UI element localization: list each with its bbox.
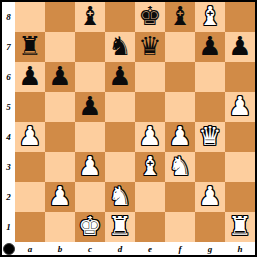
square-f4[interactable]: ♟ (165, 122, 195, 152)
rank-labels: 87654321 (2, 2, 15, 242)
square-d1[interactable]: ♜ (105, 212, 135, 242)
piece-white-pawn[interactable]: ♟ (138, 121, 161, 151)
square-e4[interactable]: ♟ (135, 122, 165, 152)
move-indicator-corner (2, 242, 15, 255)
square-a6[interactable]: ♟ (15, 62, 45, 92)
square-a2[interactable] (15, 182, 45, 212)
square-f8[interactable]: ♝ (165, 2, 195, 32)
piece-white-bishop[interactable]: ♝ (138, 151, 161, 181)
square-d5[interactable] (105, 92, 135, 122)
file-label-b: b (45, 242, 75, 255)
piece-white-knight[interactable]: ♞ (168, 151, 191, 181)
piece-black-pawn[interactable]: ♟ (228, 31, 251, 61)
square-f1[interactable] (165, 212, 195, 242)
piece-white-rook[interactable]: ♜ (108, 211, 131, 241)
rank-label-7: 7 (2, 32, 15, 62)
piece-white-knight[interactable]: ♞ (108, 181, 131, 211)
square-a7[interactable]: ♜ (15, 32, 45, 62)
piece-black-rook[interactable]: ♜ (18, 31, 41, 61)
piece-black-pawn[interactable]: ♟ (48, 61, 71, 91)
square-c1[interactable]: ♚ (75, 212, 105, 242)
square-e5[interactable] (135, 92, 165, 122)
square-e7[interactable]: ♛ (135, 32, 165, 62)
square-b2[interactable]: ♟ (45, 182, 75, 212)
file-label-d: d (105, 242, 135, 255)
square-f3[interactable]: ♞ (165, 152, 195, 182)
file-label-h: h (225, 242, 255, 255)
square-f5[interactable] (165, 92, 195, 122)
square-a4[interactable]: ♟ (15, 122, 45, 152)
square-b6[interactable]: ♟ (45, 62, 75, 92)
piece-white-rook[interactable]: ♜ (228, 211, 251, 241)
square-a5[interactable] (15, 92, 45, 122)
piece-black-bishop[interactable]: ♝ (78, 1, 101, 31)
square-h7[interactable]: ♟ (225, 32, 255, 62)
rank-label-4: 4 (2, 122, 15, 152)
rank-label-2: 2 (2, 182, 15, 212)
chess-board-frame: 87654321 ♝♚♝♝♜♞♛♟♟♟♟♟♟♟♟♟♟♛♟♝♞♟♞♟♚♜♜ abc… (0, 0, 257, 257)
square-c7[interactable] (75, 32, 105, 62)
square-c5[interactable]: ♟ (75, 92, 105, 122)
piece-white-pawn[interactable]: ♟ (198, 181, 221, 211)
square-d4[interactable] (105, 122, 135, 152)
square-h3[interactable] (225, 152, 255, 182)
square-e6[interactable] (135, 62, 165, 92)
square-c4[interactable] (75, 122, 105, 152)
square-h2[interactable] (225, 182, 255, 212)
rank-label-3: 3 (2, 152, 15, 182)
square-h8[interactable] (225, 2, 255, 32)
rank-label-6: 6 (2, 62, 15, 92)
square-f2[interactable] (165, 182, 195, 212)
square-b5[interactable] (45, 92, 75, 122)
square-e3[interactable]: ♝ (135, 152, 165, 182)
file-label-e: e (135, 242, 165, 255)
piece-white-queen[interactable]: ♛ (198, 121, 221, 151)
square-b8[interactable] (45, 2, 75, 32)
square-f6[interactable] (165, 62, 195, 92)
square-a3[interactable] (15, 152, 45, 182)
square-g2[interactable]: ♟ (195, 182, 225, 212)
piece-black-king[interactable]: ♚ (138, 1, 161, 31)
square-g7[interactable]: ♟ (195, 32, 225, 62)
square-b1[interactable] (45, 212, 75, 242)
square-a8[interactable] (15, 2, 45, 32)
piece-white-bishop[interactable]: ♝ (198, 1, 221, 31)
rank-label-5: 5 (2, 92, 15, 122)
square-d8[interactable] (105, 2, 135, 32)
square-h6[interactable] (225, 62, 255, 92)
file-label-f: f (165, 242, 195, 255)
square-e2[interactable] (135, 182, 165, 212)
square-g8[interactable]: ♝ (195, 2, 225, 32)
square-f7[interactable] (165, 32, 195, 62)
square-h1[interactable]: ♜ (225, 212, 255, 242)
piece-black-pawn[interactable]: ♟ (198, 31, 221, 61)
square-a1[interactable] (15, 212, 45, 242)
square-d6[interactable]: ♟ (105, 62, 135, 92)
square-e1[interactable] (135, 212, 165, 242)
square-d3[interactable] (105, 152, 135, 182)
piece-white-pawn[interactable]: ♟ (78, 151, 101, 181)
piece-white-pawn[interactable]: ♟ (168, 121, 191, 151)
square-b3[interactable] (45, 152, 75, 182)
file-label-g: g (195, 242, 225, 255)
black-to-move-indicator-icon (3, 243, 15, 255)
rank-label-1: 1 (2, 212, 15, 242)
square-b7[interactable] (45, 32, 75, 62)
piece-black-pawn[interactable]: ♟ (78, 91, 101, 121)
piece-white-pawn[interactable]: ♟ (18, 121, 41, 151)
piece-black-pawn[interactable]: ♟ (108, 61, 131, 91)
piece-black-queen[interactable]: ♛ (138, 31, 161, 61)
square-b4[interactable] (45, 122, 75, 152)
board: ♝♚♝♝♜♞♛♟♟♟♟♟♟♟♟♟♟♛♟♝♞♟♞♟♚♜♜ (15, 2, 255, 242)
piece-black-pawn[interactable]: ♟ (18, 61, 41, 91)
piece-white-pawn[interactable]: ♟ (228, 91, 251, 121)
square-c3[interactable]: ♟ (75, 152, 105, 182)
square-g4[interactable]: ♛ (195, 122, 225, 152)
square-c8[interactable]: ♝ (75, 2, 105, 32)
rank-label-8: 8 (2, 2, 15, 32)
square-g5[interactable] (195, 92, 225, 122)
square-g3[interactable] (195, 152, 225, 182)
piece-black-bishop[interactable]: ♝ (168, 1, 191, 31)
square-g6[interactable] (195, 62, 225, 92)
file-label-a: a (15, 242, 45, 255)
square-e8[interactable]: ♚ (135, 2, 165, 32)
piece-white-king[interactable]: ♚ (78, 211, 101, 241)
piece-black-knight[interactable]: ♞ (108, 31, 131, 61)
square-h4[interactable] (225, 122, 255, 152)
file-label-c: c (75, 242, 105, 255)
square-g1[interactable] (195, 212, 225, 242)
square-c6[interactable] (75, 62, 105, 92)
file-labels: abcdefgh (15, 242, 255, 255)
chess-diagram: 87654321 ♝♚♝♝♜♞♛♟♟♟♟♟♟♟♟♟♟♛♟♝♞♟♞♟♚♜♜ abc… (2, 2, 255, 255)
piece-white-pawn[interactable]: ♟ (48, 181, 71, 211)
square-h5[interactable]: ♟ (225, 92, 255, 122)
square-d2[interactable]: ♞ (105, 182, 135, 212)
square-c2[interactable] (75, 182, 105, 212)
square-d7[interactable]: ♞ (105, 32, 135, 62)
